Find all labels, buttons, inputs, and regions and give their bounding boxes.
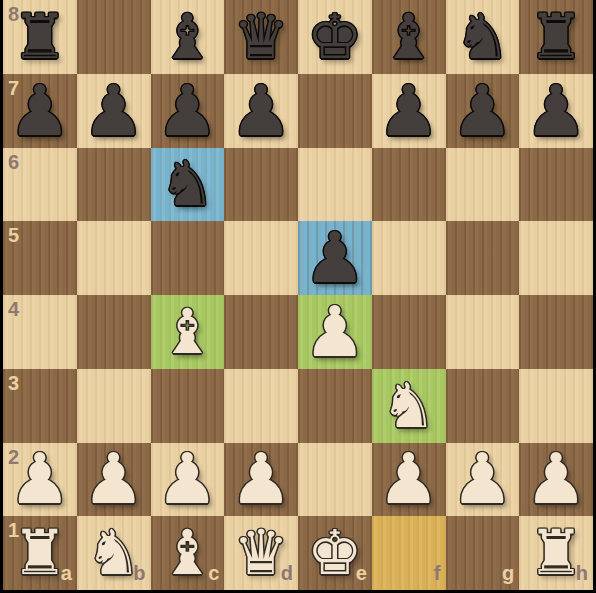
square-e5[interactable]: ♟ (298, 221, 372, 295)
square-b1[interactable]: ♞b (77, 516, 151, 590)
square-f3[interactable]: ♞ (372, 369, 446, 443)
piece-black-knight[interactable]: ♞ (151, 148, 225, 222)
piece-white-bishop[interactable]: ♝ (151, 295, 225, 369)
square-c7[interactable]: ♟ (151, 74, 225, 148)
piece-white-knight[interactable]: ♞ (372, 369, 446, 443)
square-d3[interactable] (224, 369, 298, 443)
piece-black-pawn[interactable]: ♟ (224, 74, 298, 148)
square-h3[interactable] (519, 369, 593, 443)
piece-black-pawn[interactable]: ♟ (151, 74, 225, 148)
square-b2[interactable]: ♟ (77, 443, 151, 517)
square-f8[interactable]: ♝ (372, 0, 446, 74)
square-f7[interactable]: ♟ (372, 74, 446, 148)
piece-white-pawn[interactable]: ♟ (298, 295, 372, 369)
square-b3[interactable] (77, 369, 151, 443)
square-a3[interactable]: 3 (3, 369, 77, 443)
square-d6[interactable] (224, 148, 298, 222)
piece-black-pawn[interactable]: ♟ (519, 74, 593, 148)
square-d4[interactable] (224, 295, 298, 369)
square-g5[interactable] (446, 221, 520, 295)
piece-black-pawn[interactable]: ♟ (298, 221, 372, 295)
square-b5[interactable] (77, 221, 151, 295)
piece-white-knight[interactable]: ♞ (77, 516, 151, 590)
square-g3[interactable] (446, 369, 520, 443)
square-b7[interactable]: ♟ (77, 74, 151, 148)
square-e6[interactable] (298, 148, 372, 222)
square-c3[interactable] (151, 369, 225, 443)
square-e3[interactable] (298, 369, 372, 443)
piece-black-pawn[interactable]: ♟ (446, 74, 520, 148)
rank-label-3: 3 (8, 373, 19, 393)
piece-white-pawn[interactable]: ♟ (519, 443, 593, 517)
piece-white-rook[interactable]: ♜ (519, 516, 593, 590)
square-c5[interactable] (151, 221, 225, 295)
rank-label-6: 6 (8, 152, 19, 172)
square-b6[interactable] (77, 148, 151, 222)
piece-white-pawn[interactable]: ♟ (224, 443, 298, 517)
square-g1[interactable]: g (446, 516, 520, 590)
square-d2[interactable]: ♟ (224, 443, 298, 517)
piece-white-queen[interactable]: ♛ (224, 516, 298, 590)
piece-white-pawn[interactable]: ♟ (3, 443, 77, 517)
piece-black-bishop[interactable]: ♝ (151, 0, 225, 74)
square-h7[interactable]: ♟ (519, 74, 593, 148)
piece-white-king[interactable]: ♚ (298, 516, 372, 590)
square-a8[interactable]: ♜8 (3, 0, 77, 74)
rank-label-4: 4 (8, 299, 19, 319)
square-f5[interactable] (372, 221, 446, 295)
square-f6[interactable] (372, 148, 446, 222)
square-g2[interactable]: ♟ (446, 443, 520, 517)
square-g6[interactable] (446, 148, 520, 222)
square-e2[interactable] (298, 443, 372, 517)
piece-white-rook[interactable]: ♜ (3, 516, 77, 590)
square-h5[interactable] (519, 221, 593, 295)
square-e1[interactable]: ♚e (298, 516, 372, 590)
piece-black-queen[interactable]: ♛ (224, 0, 298, 74)
square-b8[interactable] (77, 0, 151, 74)
square-h6[interactable] (519, 148, 593, 222)
rank-label-5: 5 (8, 225, 19, 245)
square-c2[interactable]: ♟ (151, 443, 225, 517)
piece-white-pawn[interactable]: ♟ (446, 443, 520, 517)
square-c1[interactable]: ♝c (151, 516, 225, 590)
piece-white-bishop[interactable]: ♝ (151, 516, 225, 590)
square-b4[interactable] (77, 295, 151, 369)
square-h4[interactable] (519, 295, 593, 369)
square-c4[interactable]: ♝ (151, 295, 225, 369)
piece-black-pawn[interactable]: ♟ (3, 74, 77, 148)
square-g8[interactable]: ♞ (446, 0, 520, 74)
square-e4[interactable]: ♟ (298, 295, 372, 369)
piece-black-rook[interactable]: ♜ (519, 0, 593, 74)
square-d8[interactable]: ♛ (224, 0, 298, 74)
square-a7[interactable]: ♟7 (3, 74, 77, 148)
chess-board: ♜8♝♛♚♝♞♜♟7♟♟♟♟♟♟6♞5♟4♝♟3♞♟2♟♟♟♟♟♟♜1a♞b♝c… (3, 0, 593, 590)
piece-white-pawn[interactable]: ♟ (151, 443, 225, 517)
piece-black-king[interactable]: ♚ (298, 0, 372, 74)
square-c8[interactable]: ♝ (151, 0, 225, 74)
piece-black-rook[interactable]: ♜ (3, 0, 77, 74)
square-h2[interactable]: ♟ (519, 443, 593, 517)
piece-white-pawn[interactable]: ♟ (77, 443, 151, 517)
square-a4[interactable]: 4 (3, 295, 77, 369)
square-a5[interactable]: 5 (3, 221, 77, 295)
square-d1[interactable]: ♛d (224, 516, 298, 590)
chess-app: ♜8♝♛♚♝♞♜♟7♟♟♟♟♟♟6♞5♟4♝♟3♞♟2♟♟♟♟♟♟♜1a♞b♝c… (0, 0, 596, 593)
square-c6[interactable]: ♞ (151, 148, 225, 222)
file-label-g: g (502, 563, 514, 583)
square-a1[interactable]: ♜1a (3, 516, 77, 590)
square-h1[interactable]: ♜h (519, 516, 593, 590)
piece-black-pawn[interactable]: ♟ (372, 74, 446, 148)
square-f1[interactable]: f (372, 516, 446, 590)
square-g4[interactable] (446, 295, 520, 369)
piece-black-bishop[interactable]: ♝ (372, 0, 446, 74)
square-f2[interactable]: ♟ (372, 443, 446, 517)
square-d7[interactable]: ♟ (224, 74, 298, 148)
square-e8[interactable]: ♚ (298, 0, 372, 74)
square-h8[interactable]: ♜ (519, 0, 593, 74)
piece-black-pawn[interactable]: ♟ (77, 74, 151, 148)
file-label-f: f (434, 563, 441, 583)
square-f4[interactable] (372, 295, 446, 369)
square-g7[interactable]: ♟ (446, 74, 520, 148)
piece-black-knight[interactable]: ♞ (446, 0, 520, 74)
square-e7[interactable] (298, 74, 372, 148)
piece-white-pawn[interactable]: ♟ (372, 443, 446, 517)
square-a2[interactable]: ♟2 (3, 443, 77, 517)
square-a6[interactable]: 6 (3, 148, 77, 222)
square-d5[interactable] (224, 221, 298, 295)
